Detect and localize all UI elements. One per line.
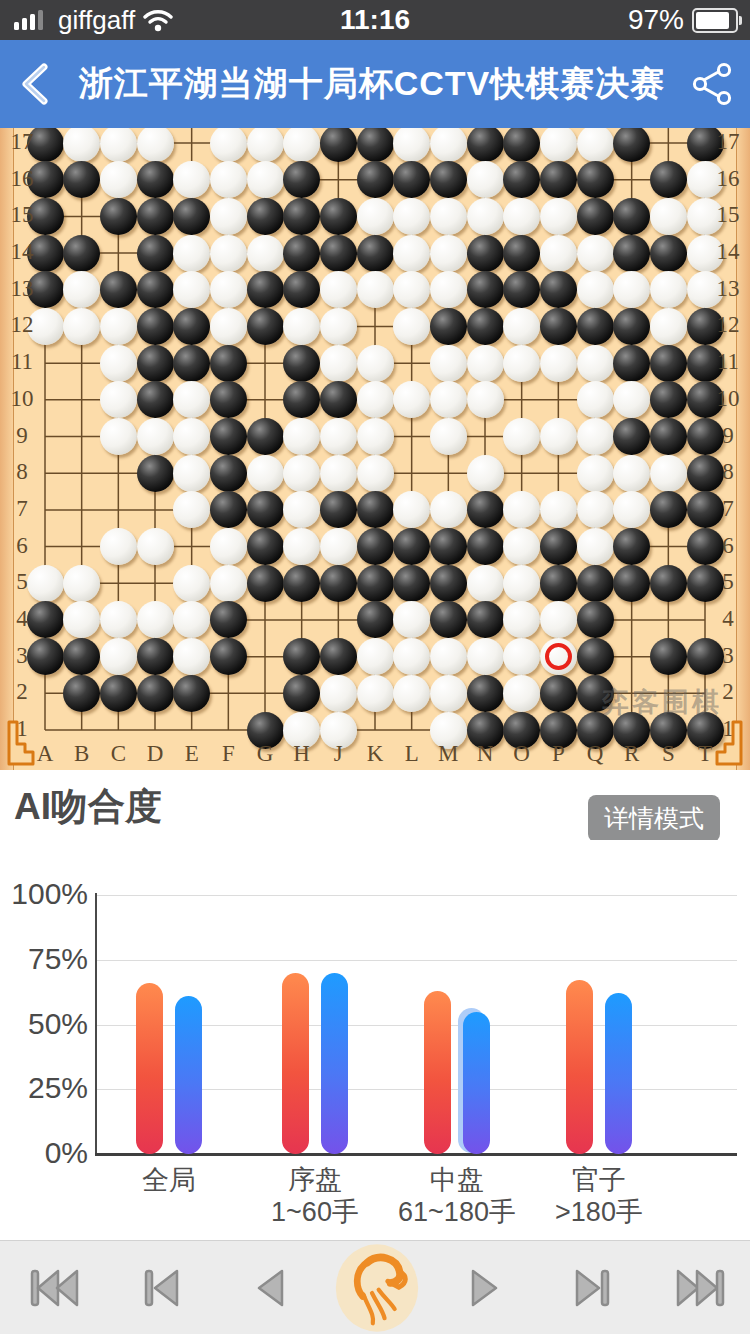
stone-white bbox=[357, 345, 394, 382]
stone-black bbox=[650, 491, 687, 528]
stone-white bbox=[503, 308, 540, 345]
status-bar: giffgaff 11:16 97% bbox=[0, 0, 750, 40]
stone-black bbox=[283, 198, 320, 235]
stone-white bbox=[503, 418, 540, 455]
stone-white bbox=[393, 675, 430, 712]
fast-forward-button[interactable] bbox=[544, 1241, 640, 1334]
stone-black bbox=[577, 638, 614, 675]
stone-black bbox=[137, 381, 174, 418]
stone-white bbox=[283, 308, 320, 345]
column-label: G bbox=[250, 741, 280, 767]
share-nodes-icon bbox=[691, 62, 733, 106]
back-button[interactable] bbox=[0, 40, 70, 128]
stone-white bbox=[467, 381, 504, 418]
stone-black bbox=[357, 565, 394, 602]
stone-black bbox=[283, 345, 320, 382]
row-label-left: 13 bbox=[6, 276, 38, 302]
stone-white bbox=[430, 638, 467, 675]
stone-white bbox=[577, 528, 614, 565]
stone-black bbox=[357, 128, 394, 162]
stone-white bbox=[320, 271, 357, 308]
back-one-button[interactable] bbox=[222, 1241, 318, 1334]
stone-white bbox=[430, 418, 467, 455]
row-label-left: 2 bbox=[6, 679, 38, 705]
stone-white bbox=[503, 528, 540, 565]
stone-white bbox=[430, 198, 467, 235]
stone-white bbox=[540, 235, 577, 272]
column-label: E bbox=[177, 741, 207, 767]
stone-white bbox=[430, 271, 467, 308]
category-sublabel: >180手 bbox=[509, 1194, 689, 1230]
stone-black bbox=[173, 198, 210, 235]
stone-white bbox=[467, 638, 504, 675]
stone-black bbox=[430, 601, 467, 638]
stone-black bbox=[100, 198, 137, 235]
ai-section-title: AI吻合度 bbox=[14, 782, 162, 832]
stone-white bbox=[357, 198, 394, 235]
stone-white bbox=[613, 455, 650, 492]
stone-black bbox=[173, 675, 210, 712]
row-label-left: 3 bbox=[6, 643, 38, 669]
stone-white bbox=[540, 198, 577, 235]
first-move-button[interactable] bbox=[7, 1241, 103, 1334]
page-title: 浙江平湖当湖十局杯CCTV快棋赛决赛 bbox=[70, 61, 674, 107]
stone-black bbox=[357, 601, 394, 638]
triangle-right-icon bbox=[467, 1267, 503, 1309]
app-logo-button[interactable] bbox=[329, 1241, 425, 1334]
stone-black bbox=[210, 601, 247, 638]
stone-white bbox=[467, 455, 504, 492]
stone-black bbox=[63, 638, 100, 675]
column-label: B bbox=[67, 741, 97, 767]
stone-white bbox=[467, 345, 504, 382]
stone-black bbox=[577, 161, 614, 198]
stone-white bbox=[577, 128, 614, 162]
stone-white bbox=[357, 271, 394, 308]
stone-black bbox=[247, 418, 284, 455]
stone-black bbox=[503, 235, 540, 272]
stone-white bbox=[320, 418, 357, 455]
stone-black bbox=[63, 675, 100, 712]
stone-white bbox=[173, 235, 210, 272]
stone-white bbox=[320, 528, 357, 565]
stone-white bbox=[503, 675, 540, 712]
step-back-bar-icon bbox=[143, 1267, 181, 1309]
row-label-right: 16 bbox=[712, 166, 744, 192]
y-axis-line bbox=[95, 893, 97, 1155]
stone-black bbox=[320, 128, 357, 162]
stone-white bbox=[503, 198, 540, 235]
gridline bbox=[95, 960, 737, 961]
stone-black bbox=[467, 128, 504, 162]
stone-black bbox=[540, 528, 577, 565]
stone-white bbox=[357, 675, 394, 712]
stone-black bbox=[283, 638, 320, 675]
stone-white bbox=[467, 565, 504, 602]
stone-white bbox=[137, 601, 174, 638]
stone-black bbox=[137, 638, 174, 675]
stone-black bbox=[650, 418, 687, 455]
battery-percent-label: 97% bbox=[628, 4, 684, 36]
stone-white bbox=[430, 491, 467, 528]
row-label-left: 5 bbox=[6, 569, 38, 595]
stone-white bbox=[430, 128, 467, 162]
column-label: K bbox=[360, 741, 390, 767]
y-axis-tick-label: 50% bbox=[8, 1007, 88, 1041]
board-watermark: 弈客围棋 bbox=[602, 684, 722, 720]
stone-white bbox=[650, 198, 687, 235]
stone-black bbox=[137, 235, 174, 272]
eagle-logo-icon bbox=[335, 1236, 419, 1334]
stone-black bbox=[467, 675, 504, 712]
stone-black bbox=[137, 675, 174, 712]
stone-black bbox=[357, 161, 394, 198]
stone-white bbox=[430, 235, 467, 272]
stone-white bbox=[247, 235, 284, 272]
row-label-left: 6 bbox=[6, 533, 38, 559]
stone-white bbox=[650, 308, 687, 345]
column-label: P bbox=[543, 741, 573, 767]
stone-black bbox=[540, 271, 577, 308]
stone-white bbox=[210, 198, 247, 235]
stone-white bbox=[393, 198, 430, 235]
stone-black bbox=[503, 128, 540, 162]
stone-black bbox=[210, 638, 247, 675]
stone-black bbox=[650, 161, 687, 198]
stone-black bbox=[467, 271, 504, 308]
stone-white bbox=[393, 308, 430, 345]
stone-white bbox=[577, 235, 614, 272]
stone-white bbox=[577, 345, 614, 382]
row-label-left: 7 bbox=[6, 496, 38, 522]
stone-black bbox=[393, 565, 430, 602]
column-label: O bbox=[507, 741, 537, 767]
stone-black bbox=[320, 198, 357, 235]
stone-black bbox=[430, 565, 467, 602]
column-label: M bbox=[433, 741, 463, 767]
stone-white bbox=[393, 638, 430, 675]
stone-white bbox=[100, 128, 137, 162]
stone-black bbox=[137, 345, 174, 382]
row-label-left: 12 bbox=[6, 312, 38, 338]
y-axis-tick-label: 100% bbox=[8, 877, 88, 911]
stone-black bbox=[613, 528, 650, 565]
stone-white bbox=[467, 198, 504, 235]
stone-black bbox=[357, 491, 394, 528]
stone-black bbox=[210, 381, 247, 418]
stone-black bbox=[540, 308, 577, 345]
stone-white bbox=[430, 381, 467, 418]
last-move-button[interactable] bbox=[652, 1241, 748, 1334]
share-button[interactable] bbox=[674, 40, 750, 128]
stone-black bbox=[430, 308, 467, 345]
ai-match-chart: 0%25%50%75%100%全局序盘1~60手中盘61~180手官子>180手 bbox=[0, 840, 750, 1240]
stone-white bbox=[283, 528, 320, 565]
stone-white bbox=[577, 381, 614, 418]
stone-black bbox=[467, 308, 504, 345]
y-axis-tick-label: 75% bbox=[8, 942, 88, 976]
stone-black bbox=[320, 235, 357, 272]
go-board[interactable]: ABCDEFGHJKLMNOPQRST171716161515141413131… bbox=[0, 128, 750, 770]
stone-white bbox=[100, 418, 137, 455]
stone-white bbox=[577, 418, 614, 455]
stone-white bbox=[210, 128, 247, 162]
stone-white bbox=[173, 565, 210, 602]
y-axis-tick-label: 25% bbox=[8, 1071, 88, 1105]
stone-black bbox=[137, 271, 174, 308]
stone-black bbox=[577, 601, 614, 638]
stone-white bbox=[283, 455, 320, 492]
stone-black bbox=[173, 308, 210, 345]
fast-back-button[interactable] bbox=[114, 1241, 210, 1334]
stone-white bbox=[577, 455, 614, 492]
stone-white bbox=[210, 271, 247, 308]
clock-label: 11:16 bbox=[315, 4, 435, 36]
stone-black bbox=[540, 161, 577, 198]
stone-black bbox=[613, 128, 650, 162]
stone-white bbox=[320, 675, 357, 712]
stone-black bbox=[577, 198, 614, 235]
step-forward-bar-icon bbox=[573, 1267, 611, 1309]
bar-blue-2 bbox=[463, 1012, 490, 1154]
row-label-right: 5 bbox=[712, 569, 744, 595]
stone-black bbox=[137, 161, 174, 198]
corner-ornament-left bbox=[2, 720, 36, 768]
triangle-left-icon bbox=[252, 1267, 288, 1309]
row-label-right: 7 bbox=[712, 496, 744, 522]
stone-black bbox=[577, 308, 614, 345]
stone-black bbox=[247, 271, 284, 308]
row-label-right: 11 bbox=[712, 349, 744, 375]
stone-white bbox=[210, 565, 247, 602]
navigation-header: 浙江平湖当湖十局杯CCTV快棋赛决赛 bbox=[0, 40, 750, 128]
stone-white bbox=[247, 455, 284, 492]
stone-black bbox=[613, 418, 650, 455]
stone-white bbox=[247, 128, 284, 162]
row-label-right: 3 bbox=[712, 643, 744, 669]
stone-black bbox=[613, 308, 650, 345]
bar-blue-1 bbox=[321, 973, 348, 1154]
stone-black bbox=[320, 381, 357, 418]
stone-white bbox=[393, 128, 430, 162]
stone-white bbox=[393, 235, 430, 272]
stone-black bbox=[357, 235, 394, 272]
stone-white bbox=[540, 491, 577, 528]
corner-ornament-right bbox=[714, 720, 748, 768]
stone-white bbox=[210, 161, 247, 198]
stone-white bbox=[247, 161, 284, 198]
row-label-left: 9 bbox=[6, 423, 38, 449]
stone-white bbox=[210, 528, 247, 565]
detail-mode-button[interactable]: 详情模式 bbox=[588, 795, 720, 842]
stone-black bbox=[283, 675, 320, 712]
column-label: H bbox=[287, 741, 317, 767]
row-label-left: 4 bbox=[6, 606, 38, 632]
stone-black bbox=[247, 308, 284, 345]
stone-black bbox=[467, 235, 504, 272]
stone-black bbox=[613, 235, 650, 272]
stone-black bbox=[320, 565, 357, 602]
column-label: L bbox=[397, 741, 427, 767]
stone-white bbox=[650, 455, 687, 492]
stone-white bbox=[100, 161, 137, 198]
column-label: N bbox=[470, 741, 500, 767]
row-label-left: 15 bbox=[6, 202, 38, 228]
stone-black bbox=[247, 491, 284, 528]
stone-white bbox=[63, 308, 100, 345]
column-label: R bbox=[617, 741, 647, 767]
stone-black bbox=[173, 345, 210, 382]
row-label-right: 14 bbox=[712, 239, 744, 265]
column-label: F bbox=[213, 741, 243, 767]
stone-black bbox=[650, 345, 687, 382]
row-label-left: 8 bbox=[6, 459, 38, 485]
category-label: 官子 bbox=[509, 1162, 689, 1198]
chevron-left-icon bbox=[18, 62, 52, 106]
stone-black bbox=[393, 528, 430, 565]
playback-toolbar bbox=[0, 1240, 750, 1334]
stone-black bbox=[247, 528, 284, 565]
bar-red-2 bbox=[424, 991, 451, 1154]
stone-black bbox=[467, 601, 504, 638]
stone-white bbox=[210, 308, 247, 345]
stone-black bbox=[137, 455, 174, 492]
stone-black bbox=[137, 308, 174, 345]
app-screen: { "status_bar": { "carrier": "giffgaff",… bbox=[0, 0, 750, 1334]
stone-white bbox=[540, 418, 577, 455]
stone-black bbox=[613, 565, 650, 602]
stone-white bbox=[540, 345, 577, 382]
row-label-right: 4 bbox=[712, 606, 744, 632]
bar-blue-3 bbox=[605, 993, 632, 1154]
stone-black bbox=[650, 235, 687, 272]
row-label-right: 12 bbox=[712, 312, 744, 338]
stone-black bbox=[210, 345, 247, 382]
stone-black bbox=[650, 381, 687, 418]
stone-white bbox=[650, 271, 687, 308]
stone-black bbox=[540, 675, 577, 712]
column-label: C bbox=[103, 741, 133, 767]
column-label: S bbox=[653, 741, 683, 767]
stone-white bbox=[467, 161, 504, 198]
stone-black bbox=[467, 491, 504, 528]
row-label-left: 11 bbox=[6, 349, 38, 375]
stone-white bbox=[540, 128, 577, 162]
stone-white bbox=[430, 345, 467, 382]
bar-red-3 bbox=[566, 980, 593, 1154]
stone-white bbox=[137, 528, 174, 565]
battery-icon bbox=[692, 8, 738, 33]
y-axis-tick-label: 0% bbox=[8, 1136, 88, 1170]
column-label: J bbox=[323, 741, 353, 767]
stone-white bbox=[320, 345, 357, 382]
stone-white bbox=[577, 491, 614, 528]
row-label-right: 10 bbox=[712, 386, 744, 412]
row-label-right: 9 bbox=[712, 423, 744, 449]
bar-blue-0 bbox=[175, 996, 202, 1154]
forward-one-button[interactable] bbox=[437, 1241, 533, 1334]
carrier-label: giffgaff bbox=[58, 5, 135, 36]
row-label-right: 17 bbox=[712, 129, 744, 155]
skip-to-start-icon bbox=[29, 1267, 81, 1309]
stone-white bbox=[503, 345, 540, 382]
stone-black bbox=[320, 638, 357, 675]
stone-white bbox=[357, 381, 394, 418]
wifi-icon bbox=[143, 9, 173, 32]
stone-white bbox=[137, 128, 174, 162]
row-label-left: 10 bbox=[6, 386, 38, 412]
stone-white bbox=[320, 308, 357, 345]
stone-black bbox=[137, 198, 174, 235]
stone-black bbox=[430, 161, 467, 198]
stone-white bbox=[63, 128, 100, 162]
stone-white bbox=[540, 601, 577, 638]
stone-white bbox=[283, 128, 320, 162]
stone-black bbox=[613, 198, 650, 235]
stone-black bbox=[430, 528, 467, 565]
row-label-right: 8 bbox=[712, 459, 744, 485]
stone-black bbox=[247, 565, 284, 602]
stone-black bbox=[613, 345, 650, 382]
row-label-left: 16 bbox=[6, 166, 38, 192]
stone-black bbox=[283, 235, 320, 272]
signal-strength-icon bbox=[14, 9, 50, 31]
stone-white bbox=[173, 455, 210, 492]
stone-black bbox=[320, 491, 357, 528]
stone-white bbox=[503, 638, 540, 675]
stone-white bbox=[63, 565, 100, 602]
stone-white bbox=[100, 308, 137, 345]
bar-red-0 bbox=[136, 983, 163, 1154]
stone-white bbox=[357, 638, 394, 675]
stone-white bbox=[577, 271, 614, 308]
stone-black bbox=[577, 565, 614, 602]
stone-white bbox=[503, 565, 540, 602]
row-label-right: 6 bbox=[712, 533, 744, 559]
stone-black bbox=[650, 565, 687, 602]
row-label-right: 13 bbox=[712, 276, 744, 302]
row-label-left: 14 bbox=[6, 239, 38, 265]
stone-black bbox=[283, 565, 320, 602]
gridline bbox=[95, 895, 737, 896]
stone-white bbox=[100, 381, 137, 418]
stone-black bbox=[650, 638, 687, 675]
stone-white bbox=[173, 418, 210, 455]
row-label-left: 17 bbox=[6, 129, 38, 155]
stone-black bbox=[210, 491, 247, 528]
column-label: Q bbox=[580, 741, 610, 767]
stone-black bbox=[467, 528, 504, 565]
stone-white bbox=[210, 235, 247, 272]
stone-black bbox=[247, 198, 284, 235]
skip-to-end-icon bbox=[674, 1267, 726, 1309]
stone-white bbox=[100, 345, 137, 382]
stone-black bbox=[210, 455, 247, 492]
stone-black bbox=[100, 675, 137, 712]
stone-white bbox=[100, 638, 137, 675]
stone-white bbox=[137, 418, 174, 455]
stone-white bbox=[173, 638, 210, 675]
stone-black bbox=[357, 528, 394, 565]
stone-white bbox=[357, 418, 394, 455]
stone-black bbox=[210, 418, 247, 455]
stone-white bbox=[100, 601, 137, 638]
stone-black bbox=[540, 565, 577, 602]
stone-white bbox=[320, 455, 357, 492]
last-move-marker bbox=[545, 643, 572, 670]
stone-white bbox=[430, 675, 467, 712]
stone-black bbox=[63, 235, 100, 272]
